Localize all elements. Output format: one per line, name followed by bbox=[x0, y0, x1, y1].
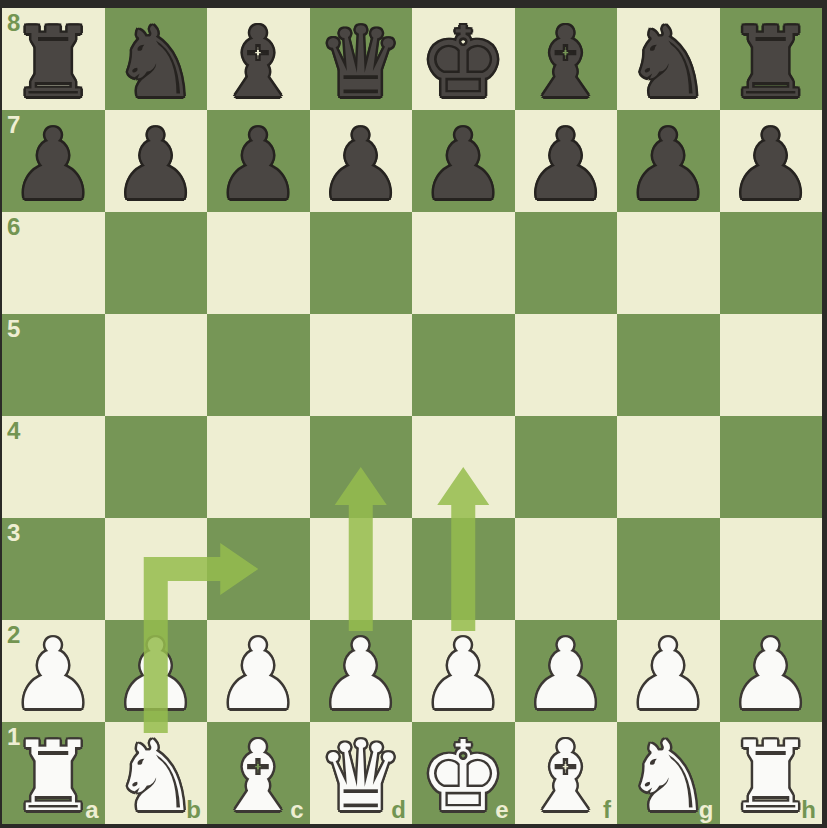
square-e3[interactable] bbox=[412, 518, 515, 620]
square-h4[interactable] bbox=[720, 416, 823, 518]
square-c1[interactable]: ♝c bbox=[207, 722, 310, 824]
square-h8[interactable]: ♜ bbox=[720, 8, 823, 110]
piece-black-rook[interactable]: ♜ bbox=[727, 14, 814, 111]
square-d3[interactable] bbox=[310, 518, 413, 620]
square-f1[interactable]: ♝f bbox=[515, 722, 618, 824]
piece-white-pawn[interactable]: ♟ bbox=[10, 626, 97, 723]
square-e2[interactable]: ♟ bbox=[412, 620, 515, 722]
piece-white-king[interactable]: ♚ bbox=[420, 728, 507, 825]
rank-label-8: 8 bbox=[7, 11, 20, 35]
piece-white-pawn[interactable]: ♟ bbox=[420, 626, 507, 723]
piece-black-pawn[interactable]: ♟ bbox=[727, 116, 814, 213]
square-g1[interactable]: ♞g bbox=[617, 722, 720, 824]
piece-black-king[interactable]: ♚ bbox=[420, 14, 507, 111]
square-g3[interactable] bbox=[617, 518, 720, 620]
file-label-a: a bbox=[85, 798, 98, 822]
square-e6[interactable] bbox=[412, 212, 515, 314]
square-d8[interactable]: ♛ bbox=[310, 8, 413, 110]
square-a8[interactable]: ♜8 bbox=[2, 8, 105, 110]
file-label-g: g bbox=[699, 798, 714, 822]
file-label-f: f bbox=[603, 798, 611, 822]
chessboard-stage: ♜8♞♝♛♚♝♞♜♟7♟♟♟♟♟♟♟6543♟2♟♟♟♟♟♟♟♜1a♞b♝c♛d… bbox=[0, 0, 827, 828]
file-label-d: d bbox=[391, 798, 406, 822]
square-f2[interactable]: ♟ bbox=[515, 620, 618, 722]
piece-white-pawn[interactable]: ♟ bbox=[112, 626, 199, 723]
square-g5[interactable] bbox=[617, 314, 720, 416]
square-e4[interactable] bbox=[412, 416, 515, 518]
piece-black-bishop[interactable]: ♝ bbox=[522, 14, 609, 111]
piece-black-pawn[interactable]: ♟ bbox=[10, 116, 97, 213]
square-h2[interactable]: ♟ bbox=[720, 620, 823, 722]
square-f7[interactable]: ♟ bbox=[515, 110, 618, 212]
piece-white-pawn[interactable]: ♟ bbox=[727, 626, 814, 723]
square-b8[interactable]: ♞ bbox=[105, 8, 208, 110]
piece-black-rook[interactable]: ♜ bbox=[10, 14, 97, 111]
square-h3[interactable] bbox=[720, 518, 823, 620]
piece-white-bishop[interactable]: ♝ bbox=[215, 728, 302, 825]
piece-black-pawn[interactable]: ♟ bbox=[420, 116, 507, 213]
square-g7[interactable]: ♟ bbox=[617, 110, 720, 212]
square-a6[interactable]: 6 bbox=[2, 212, 105, 314]
piece-black-pawn[interactable]: ♟ bbox=[522, 116, 609, 213]
square-e1[interactable]: ♚e bbox=[412, 722, 515, 824]
square-h6[interactable] bbox=[720, 212, 823, 314]
rank-label-6: 6 bbox=[7, 215, 20, 239]
piece-white-bishop[interactable]: ♝ bbox=[522, 728, 609, 825]
piece-black-bishop[interactable]: ♝ bbox=[215, 14, 302, 111]
square-b3[interactable] bbox=[105, 518, 208, 620]
square-f6[interactable] bbox=[515, 212, 618, 314]
square-e8[interactable]: ♚ bbox=[412, 8, 515, 110]
square-c3[interactable] bbox=[207, 518, 310, 620]
square-e7[interactable]: ♟ bbox=[412, 110, 515, 212]
square-a5[interactable]: 5 bbox=[2, 314, 105, 416]
square-b5[interactable] bbox=[105, 314, 208, 416]
square-g6[interactable] bbox=[617, 212, 720, 314]
piece-white-pawn[interactable]: ♟ bbox=[522, 626, 609, 723]
square-g2[interactable]: ♟ bbox=[617, 620, 720, 722]
file-label-c: c bbox=[290, 798, 303, 822]
rank-label-4: 4 bbox=[7, 419, 20, 443]
piece-black-pawn[interactable]: ♟ bbox=[317, 116, 404, 213]
square-d7[interactable]: ♟ bbox=[310, 110, 413, 212]
rank-label-7: 7 bbox=[7, 113, 20, 137]
square-c2[interactable]: ♟ bbox=[207, 620, 310, 722]
square-a2[interactable]: ♟2 bbox=[2, 620, 105, 722]
square-b1[interactable]: ♞b bbox=[105, 722, 208, 824]
square-c5[interactable] bbox=[207, 314, 310, 416]
piece-white-pawn[interactable]: ♟ bbox=[317, 626, 404, 723]
square-g4[interactable] bbox=[617, 416, 720, 518]
square-b4[interactable] bbox=[105, 416, 208, 518]
square-d4[interactable] bbox=[310, 416, 413, 518]
square-g8[interactable]: ♞ bbox=[617, 8, 720, 110]
square-e5[interactable] bbox=[412, 314, 515, 416]
square-a1[interactable]: ♜1a bbox=[2, 722, 105, 824]
square-d1[interactable]: ♛d bbox=[310, 722, 413, 824]
square-h1[interactable]: ♜h bbox=[720, 722, 823, 824]
piece-black-pawn[interactable]: ♟ bbox=[112, 116, 199, 213]
file-label-h: h bbox=[801, 798, 816, 822]
square-f5[interactable] bbox=[515, 314, 618, 416]
square-d6[interactable] bbox=[310, 212, 413, 314]
rank-label-5: 5 bbox=[7, 317, 20, 341]
square-b6[interactable] bbox=[105, 212, 208, 314]
square-f3[interactable] bbox=[515, 518, 618, 620]
square-c4[interactable] bbox=[207, 416, 310, 518]
square-c7[interactable]: ♟ bbox=[207, 110, 310, 212]
square-a4[interactable]: 4 bbox=[2, 416, 105, 518]
file-label-b: b bbox=[186, 798, 201, 822]
piece-white-pawn[interactable]: ♟ bbox=[215, 626, 302, 723]
square-a3[interactable]: 3 bbox=[2, 518, 105, 620]
piece-white-rook[interactable]: ♜ bbox=[10, 728, 97, 825]
piece-black-queen[interactable]: ♛ bbox=[317, 14, 404, 111]
square-b7[interactable]: ♟ bbox=[105, 110, 208, 212]
piece-black-knight[interactable]: ♞ bbox=[625, 14, 712, 111]
piece-white-pawn[interactable]: ♟ bbox=[625, 626, 712, 723]
chess-board: ♜8♞♝♛♚♝♞♜♟7♟♟♟♟♟♟♟6543♟2♟♟♟♟♟♟♟♜1a♞b♝c♛d… bbox=[2, 8, 822, 824]
square-d5[interactable] bbox=[310, 314, 413, 416]
square-f4[interactable] bbox=[515, 416, 618, 518]
square-f8[interactable]: ♝ bbox=[515, 8, 618, 110]
square-h7[interactable]: ♟ bbox=[720, 110, 823, 212]
square-a7[interactable]: ♟7 bbox=[2, 110, 105, 212]
rank-label-3: 3 bbox=[7, 521, 20, 545]
square-h5[interactable] bbox=[720, 314, 823, 416]
square-c8[interactable]: ♝ bbox=[207, 8, 310, 110]
rank-label-2: 2 bbox=[7, 623, 20, 647]
file-label-e: e bbox=[495, 798, 508, 822]
piece-black-pawn[interactable]: ♟ bbox=[215, 116, 302, 213]
square-c6[interactable] bbox=[207, 212, 310, 314]
piece-black-pawn[interactable]: ♟ bbox=[625, 116, 712, 213]
rank-label-1: 1 bbox=[7, 725, 20, 749]
piece-black-knight[interactable]: ♞ bbox=[112, 14, 199, 111]
square-b2[interactable]: ♟ bbox=[105, 620, 208, 722]
square-d2[interactable]: ♟ bbox=[310, 620, 413, 722]
